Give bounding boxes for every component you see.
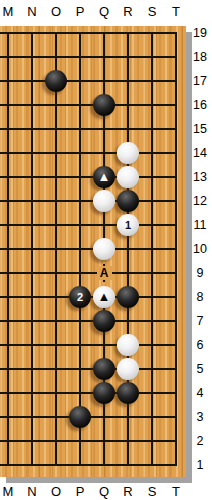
column-label-N: N (24, 480, 40, 500)
column-label-T: T (168, 0, 184, 24)
column-label-M: M (0, 480, 16, 500)
row-label-5: 5 (188, 359, 212, 379)
black-stone-Q5[interactable] (93, 358, 115, 380)
row-label-19: 19 (188, 23, 212, 43)
row-label-10: 10 (188, 239, 212, 259)
go-board[interactable]: A▲21▲ (0, 26, 186, 477)
row-label-6: 6 (188, 335, 212, 355)
black-stone-P8[interactable]: 2 (69, 286, 91, 308)
row-label-3: 3 (188, 407, 212, 427)
move-number-label: 2 (77, 292, 83, 303)
row-label-9: 9 (188, 263, 212, 283)
point-label-Q9[interactable]: A (97, 266, 112, 280)
white-stone-R13[interactable] (117, 166, 139, 188)
column-label-Q: Q (96, 0, 112, 24)
row-label-14: 14 (188, 143, 212, 163)
black-stone-O17[interactable] (45, 70, 67, 92)
column-label-R: R (120, 480, 136, 500)
column-label-S: S (144, 480, 160, 500)
white-stone-Q12[interactable] (93, 190, 115, 212)
grid-vline-M (7, 32, 9, 466)
white-stone-Q8[interactable]: ▲ (93, 286, 115, 308)
go-diagram-page: MNOPQRST A▲21▲ 1918171615141312111098765… (0, 0, 212, 500)
black-stone-R8[interactable] (117, 286, 139, 308)
black-stone-R4[interactable] (117, 382, 139, 404)
grid-vline-T (175, 32, 177, 466)
row-label-7: 7 (188, 311, 212, 331)
move-number-label: 1 (125, 220, 131, 231)
column-label-Q: Q (96, 480, 112, 500)
black-stone-P3[interactable] (69, 406, 91, 428)
white-stone-Q10[interactable] (93, 238, 115, 260)
row-label-18: 18 (188, 47, 212, 67)
triangle-mark-icon: ▲ (98, 290, 111, 303)
column-label-S: S (144, 0, 160, 24)
white-stone-R11[interactable]: 1 (117, 214, 139, 236)
column-label-P: P (72, 0, 88, 24)
row-label-16: 16 (188, 95, 212, 115)
row-label-8: 8 (188, 287, 212, 307)
column-label-R: R (120, 0, 136, 24)
white-stone-R14[interactable] (117, 142, 139, 164)
column-label-N: N (24, 0, 40, 24)
black-stone-Q16[interactable] (93, 94, 115, 116)
column-label-T: T (168, 480, 184, 500)
white-stone-R5[interactable] (117, 358, 139, 380)
row-label-12: 12 (188, 191, 212, 211)
column-label-O: O (48, 480, 64, 500)
column-label-O: O (48, 0, 64, 24)
grid-vline-P (79, 32, 81, 466)
row-label-15: 15 (188, 119, 212, 139)
column-label-P: P (72, 480, 88, 500)
black-stone-Q7[interactable] (93, 310, 115, 332)
row-label-2: 2 (188, 431, 212, 451)
row-label-13: 13 (188, 167, 212, 187)
triangle-mark-icon: ▲ (98, 170, 111, 183)
white-stone-R6[interactable] (117, 334, 139, 356)
grid-vline-O (55, 32, 57, 466)
black-stone-Q13[interactable]: ▲ (93, 166, 115, 188)
grid-vline-N (31, 32, 33, 466)
black-stone-R12[interactable] (117, 190, 139, 212)
grid-vline-S (151, 32, 153, 466)
row-label-4: 4 (188, 383, 212, 403)
row-label-1: 1 (188, 455, 212, 475)
black-stone-Q4[interactable] (93, 382, 115, 404)
column-label-M: M (0, 0, 16, 24)
row-label-11: 11 (188, 215, 212, 235)
row-label-17: 17 (188, 71, 212, 91)
